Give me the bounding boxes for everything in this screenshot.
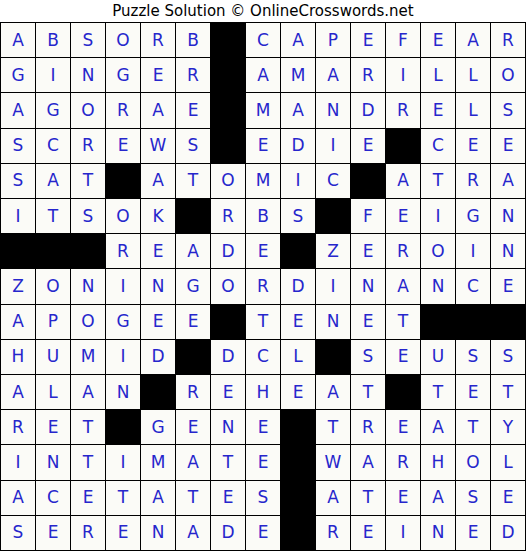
grid-cell[interactable]: A	[281, 23, 315, 57]
grid-cell[interactable]: N	[421, 269, 455, 303]
grid-cell[interactable]: O	[211, 164, 245, 198]
grid-cell[interactable]: G	[1, 58, 35, 92]
grid-cell[interactable]: E	[106, 516, 140, 550]
grid-cell[interactable]: G	[106, 58, 140, 92]
grid-cell[interactable]: I	[281, 164, 315, 198]
grid-cell[interactable]: R	[1, 410, 35, 444]
grid-cell[interactable]: Y	[491, 410, 525, 444]
grid-cell[interactable]: A	[281, 93, 315, 127]
black-cell	[456, 305, 490, 339]
grid-cell[interactable]: A	[1, 305, 35, 339]
grid-cell[interactable]: T	[491, 375, 525, 409]
grid-cell[interactable]: A	[1, 23, 35, 57]
black-cell	[281, 516, 315, 550]
grid-cell[interactable]: C	[36, 481, 70, 515]
grid-cell[interactable]: E	[176, 93, 210, 127]
grid-cell[interactable]: I	[316, 129, 350, 163]
black-cell	[1, 234, 35, 268]
grid-cell[interactable]: A	[1, 93, 35, 127]
grid-cell[interactable]: C	[246, 23, 280, 57]
grid-cell[interactable]: R	[106, 93, 140, 127]
grid-cell[interactable]: M	[246, 93, 280, 127]
grid-cell[interactable]: E	[386, 340, 420, 374]
grid-cell[interactable]: H	[246, 375, 280, 409]
grid-cell[interactable]: S	[176, 129, 210, 163]
grid-cell[interactable]: A	[386, 164, 420, 198]
grid-cell[interactable]: L	[491, 445, 525, 479]
grid-cell[interactable]: T	[71, 410, 105, 444]
grid-cell[interactable]: D	[211, 234, 245, 268]
grid-cell[interactable]: T	[36, 199, 70, 233]
grid-cell[interactable]: T	[176, 481, 210, 515]
grid-cell[interactable]: E	[421, 93, 455, 127]
grid-cell[interactable]: A	[1, 375, 35, 409]
grid-cell[interactable]: C	[456, 269, 490, 303]
grid-cell[interactable]: W	[141, 129, 175, 163]
grid-cell[interactable]: N	[36, 445, 70, 479]
grid-cell[interactable]: D	[281, 269, 315, 303]
black-cell	[211, 93, 245, 127]
grid-cell[interactable]: R	[351, 410, 385, 444]
grid-cell[interactable]: A	[71, 375, 105, 409]
grid-cell[interactable]: S	[246, 481, 280, 515]
grid-cell[interactable]: N	[491, 199, 525, 233]
grid-cell[interactable]: T	[71, 445, 105, 479]
grid-cell[interactable]: E	[246, 516, 280, 550]
grid-cell[interactable]: E	[351, 516, 385, 550]
grid-cell[interactable]: R	[491, 23, 525, 57]
grid-cell[interactable]: R	[176, 375, 210, 409]
grid-cell[interactable]: R	[386, 93, 420, 127]
grid-cell[interactable]: E	[351, 23, 385, 57]
grid-cell[interactable]: I	[106, 269, 140, 303]
black-cell	[36, 234, 70, 268]
grid-cell[interactable]: K	[141, 199, 175, 233]
grid-cell[interactable]: S	[1, 516, 35, 550]
black-cell	[281, 234, 315, 268]
grid-cell[interactable]: O	[456, 445, 490, 479]
grid-cell[interactable]: T	[71, 164, 105, 198]
grid-cell[interactable]: E	[246, 410, 280, 444]
grid-cell[interactable]: R	[176, 58, 210, 92]
grid-cell[interactable]: I	[386, 516, 420, 550]
crossword-grid: ABSORBCAPEFEARGINGERAMARILLOAGORAEMANDRE…	[0, 22, 526, 551]
grid-cell[interactable]: D	[141, 340, 175, 374]
grid-cell[interactable]: S	[1, 129, 35, 163]
black-cell	[211, 129, 245, 163]
black-cell	[281, 445, 315, 479]
grid-cell[interactable]: T	[421, 164, 455, 198]
grid-cell[interactable]: G	[141, 410, 175, 444]
grid-cell[interactable]: R	[386, 234, 420, 268]
grid-cell[interactable]: N	[141, 269, 175, 303]
grid-cell[interactable]: A	[36, 164, 70, 198]
grid-cell[interactable]: E	[141, 305, 175, 339]
grid-cell[interactable]: A	[141, 481, 175, 515]
grid-cell[interactable]: E	[351, 234, 385, 268]
grid-cell[interactable]: R	[351, 58, 385, 92]
grid-cell[interactable]: A	[176, 445, 210, 479]
grid-cell[interactable]: B	[36, 23, 70, 57]
grid-cell[interactable]: I	[36, 58, 70, 92]
grid-cell[interactable]: E	[246, 129, 280, 163]
grid-cell[interactable]: E	[71, 481, 105, 515]
grid-cell[interactable]: R	[246, 269, 280, 303]
grid-cell[interactable]: O	[36, 269, 70, 303]
grid-cell[interactable]: E	[456, 516, 490, 550]
black-cell	[211, 305, 245, 339]
grid-cell[interactable]: Z	[316, 234, 350, 268]
grid-cell[interactable]: W	[316, 445, 350, 479]
grid-cell[interactable]: T	[421, 375, 455, 409]
grid-cell[interactable]: F	[386, 23, 420, 57]
grid-cell[interactable]: S	[491, 93, 525, 127]
grid-cell[interactable]: F	[351, 199, 385, 233]
grid-cell[interactable]: E	[176, 410, 210, 444]
grid-cell[interactable]: L	[36, 375, 70, 409]
grid-cell[interactable]: I	[316, 269, 350, 303]
grid-cell[interactable]: S	[281, 199, 315, 233]
grid-cell[interactable]: N	[316, 305, 350, 339]
grid-cell[interactable]: E	[351, 129, 385, 163]
grid-cell[interactable]: E	[456, 375, 490, 409]
grid-cell[interactable]: R	[386, 445, 420, 479]
grid-cell[interactable]: I	[1, 445, 35, 479]
grid-cell[interactable]: G	[36, 93, 70, 127]
grid-cell[interactable]: H	[421, 445, 455, 479]
black-cell	[211, 58, 245, 92]
grid-cell[interactable]: S	[351, 340, 385, 374]
grid-cell[interactable]: E	[281, 375, 315, 409]
grid-cell[interactable]: I	[386, 58, 420, 92]
grid-cell[interactable]: N	[351, 269, 385, 303]
grid-cell[interactable]: C	[246, 340, 280, 374]
grid-cell[interactable]: E	[421, 23, 455, 57]
grid-cell[interactable]: N	[491, 234, 525, 268]
grid-cell[interactable]: A	[176, 516, 210, 550]
grid-cell[interactable]: A	[456, 23, 490, 57]
grid-cell[interactable]: M	[141, 445, 175, 479]
grid-cell[interactable]: C	[421, 129, 455, 163]
grid-cell[interactable]: O	[71, 93, 105, 127]
grid-cell[interactable]: T	[351, 481, 385, 515]
grid-cell[interactable]: N	[141, 516, 175, 550]
grid-cell[interactable]: A	[421, 481, 455, 515]
grid-cell[interactable]: E	[141, 58, 175, 92]
black-cell	[491, 305, 525, 339]
grid-cell[interactable]: G	[176, 269, 210, 303]
grid-cell[interactable]: E	[141, 234, 175, 268]
grid-cell[interactable]: A	[421, 410, 455, 444]
black-cell	[351, 164, 385, 198]
grid-cell[interactable]: R	[106, 234, 140, 268]
grid-cell[interactable]: P	[36, 305, 70, 339]
grid-cell[interactable]: T	[176, 164, 210, 198]
grid-cell[interactable]: L	[456, 58, 490, 92]
grid-cell[interactable]: E	[386, 481, 420, 515]
grid-cell[interactable]: S	[456, 340, 490, 374]
black-cell	[281, 410, 315, 444]
grid-cell[interactable]: D	[211, 340, 245, 374]
grid-cell[interactable]: I	[421, 199, 455, 233]
grid-cell[interactable]: O	[106, 23, 140, 57]
grid-cell[interactable]: O	[71, 305, 105, 339]
grid-cell[interactable]: S	[71, 23, 105, 57]
grid-cell[interactable]: E	[491, 129, 525, 163]
grid-cell[interactable]: R	[211, 199, 245, 233]
grid-cell[interactable]: N	[316, 93, 350, 127]
grid-cell[interactable]: A	[316, 481, 350, 515]
grid-cell[interactable]: G	[106, 305, 140, 339]
black-cell	[316, 199, 350, 233]
grid-cell[interactable]: T	[316, 410, 350, 444]
grid-cell[interactable]: H	[1, 340, 35, 374]
grid-cell[interactable]: A	[1, 481, 35, 515]
grid-cell[interactable]: B	[246, 199, 280, 233]
black-cell	[176, 340, 210, 374]
grid-cell[interactable]: C	[36, 129, 70, 163]
grid-cell[interactable]: A	[316, 375, 350, 409]
grid-cell[interactable]: T	[351, 375, 385, 409]
grid-cell[interactable]: R	[71, 129, 105, 163]
grid-cell[interactable]: U	[36, 340, 70, 374]
grid-cell[interactable]: R	[71, 516, 105, 550]
grid-cell[interactable]: A	[141, 164, 175, 198]
grid-cell[interactable]: C	[316, 164, 350, 198]
black-cell	[421, 305, 455, 339]
grid-cell[interactable]: P	[316, 23, 350, 57]
grid-cell[interactable]: E	[246, 234, 280, 268]
grid-cell[interactable]: R	[456, 164, 490, 198]
black-cell	[176, 199, 210, 233]
grid-cell[interactable]: E	[281, 305, 315, 339]
grid-cell[interactable]: A	[246, 58, 280, 92]
page: { "game": "crossword", "title": "Puzzle …	[0, 0, 526, 551]
grid-cell[interactable]: T	[456, 410, 490, 444]
grid-cell[interactable]: A	[351, 445, 385, 479]
grid-cell[interactable]: T	[386, 305, 420, 339]
grid-cell[interactable]: N	[106, 375, 140, 409]
grid-cell[interactable]: E	[36, 410, 70, 444]
grid-cell[interactable]: I	[106, 340, 140, 374]
grid-cell[interactable]: R	[316, 516, 350, 550]
grid-cell[interactable]: L	[281, 340, 315, 374]
grid-cell[interactable]: T	[246, 305, 280, 339]
black-cell	[106, 164, 140, 198]
black-cell	[211, 23, 245, 57]
black-cell	[386, 129, 420, 163]
black-cell	[281, 481, 315, 515]
grid-cell[interactable]: A	[386, 269, 420, 303]
grid-cell[interactable]: O	[491, 58, 525, 92]
grid-cell[interactable]: O	[421, 234, 455, 268]
grid-cell[interactable]: E	[491, 269, 525, 303]
grid-cell[interactable]: E	[211, 375, 245, 409]
grid-cell[interactable]: N	[71, 269, 105, 303]
grid-cell[interactable]: O	[211, 269, 245, 303]
black-cell	[386, 375, 420, 409]
grid-cell[interactable]: O	[106, 199, 140, 233]
grid-cell[interactable]: A	[176, 234, 210, 268]
grid-cell[interactable]: E	[456, 129, 490, 163]
grid-cell[interactable]: T	[106, 481, 140, 515]
grid-cell[interactable]: I	[1, 199, 35, 233]
grid-cell[interactable]: A	[141, 93, 175, 127]
grid-cell[interactable]: D	[491, 516, 525, 550]
grid-cell[interactable]: I	[106, 445, 140, 479]
grid-cell[interactable]: N	[421, 516, 455, 550]
grid-cell[interactable]: S	[456, 481, 490, 515]
grid-cell[interactable]: A	[491, 164, 525, 198]
grid-cell[interactable]: E	[386, 199, 420, 233]
grid-cell[interactable]: S	[1, 164, 35, 198]
grid-cell[interactable]: N	[71, 58, 105, 92]
grid-cell[interactable]: B	[176, 23, 210, 57]
grid-cell[interactable]: T	[211, 445, 245, 479]
grid-cell[interactable]: D	[351, 93, 385, 127]
grid-cell[interactable]: M	[71, 340, 105, 374]
grid-cell[interactable]: E	[211, 481, 245, 515]
grid-cell[interactable]: M	[281, 58, 315, 92]
grid-cell[interactable]: E	[491, 481, 525, 515]
grid-cell[interactable]: E	[106, 129, 140, 163]
grid-cell[interactable]: D	[281, 129, 315, 163]
grid-cell[interactable]: G	[456, 199, 490, 233]
black-cell	[106, 410, 140, 444]
grid-cell[interactable]: N	[211, 410, 245, 444]
grid-cell[interactable]: R	[141, 23, 175, 57]
grid-cell[interactable]: E	[386, 410, 420, 444]
grid-cell[interactable]: M	[246, 164, 280, 198]
black-cell	[316, 340, 350, 374]
grid-cell[interactable]: S	[491, 340, 525, 374]
grid-cell[interactable]: D	[211, 516, 245, 550]
grid-cell[interactable]: L	[456, 93, 490, 127]
grid-cell[interactable]: E	[36, 516, 70, 550]
grid-cell[interactable]: E	[351, 305, 385, 339]
grid-cell[interactable]: I	[456, 234, 490, 268]
grid-cell[interactable]: E	[176, 305, 210, 339]
grid-cell[interactable]: S	[71, 199, 105, 233]
grid-cell[interactable]: L	[421, 58, 455, 92]
grid-cell[interactable]: Z	[1, 269, 35, 303]
grid-cell[interactable]: E	[246, 445, 280, 479]
black-cell	[71, 234, 105, 268]
black-cell	[141, 375, 175, 409]
page-title: Puzzle Solution © OnlineCrosswords.net	[0, 0, 526, 22]
grid-cell[interactable]: U	[421, 340, 455, 374]
grid-cell[interactable]: A	[316, 58, 350, 92]
